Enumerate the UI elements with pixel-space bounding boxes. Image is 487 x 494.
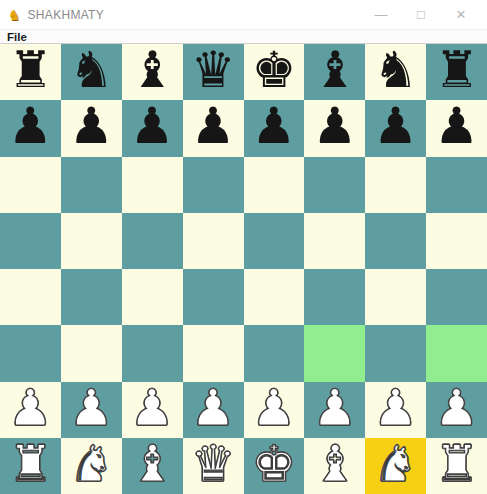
square-b4[interactable] (61, 269, 122, 325)
square-b5[interactable] (61, 213, 122, 269)
square-g6[interactable] (365, 157, 426, 213)
square-a8[interactable]: ♜ (0, 44, 61, 100)
square-f2[interactable]: ♟ (304, 382, 365, 438)
square-f6[interactable] (304, 157, 365, 213)
square-g4[interactable] (365, 269, 426, 325)
white-pawn[interactable]: ♟ (8, 383, 53, 433)
square-f3[interactable] (304, 325, 365, 381)
black-pawn[interactable]: ♟ (8, 101, 53, 151)
square-d7[interactable]: ♟ (183, 100, 244, 156)
white-pawn[interactable]: ♟ (191, 383, 236, 433)
square-e6[interactable] (244, 157, 305, 213)
title-bar[interactable]: ♞ SHAKHMATY — □ ✕ (0, 0, 487, 30)
square-c6[interactable] (122, 157, 183, 213)
white-rook[interactable]: ♜ (8, 439, 53, 489)
black-rook[interactable]: ♜ (8, 45, 53, 95)
square-d6[interactable] (183, 157, 244, 213)
square-d1[interactable]: ♛ (183, 438, 244, 494)
square-d2[interactable]: ♟ (183, 382, 244, 438)
square-c3[interactable] (122, 325, 183, 381)
white-pawn[interactable]: ♟ (373, 383, 418, 433)
square-e7[interactable]: ♟ (244, 100, 305, 156)
square-b6[interactable] (61, 157, 122, 213)
square-g2[interactable]: ♟ (365, 382, 426, 438)
square-g5[interactable] (365, 213, 426, 269)
square-d3[interactable] (183, 325, 244, 381)
black-queen[interactable]: ♛ (191, 45, 236, 95)
white-bishop[interactable]: ♝ (312, 439, 357, 489)
square-b3[interactable] (61, 325, 122, 381)
square-a1[interactable]: ♜ (0, 438, 61, 494)
black-bishop[interactable]: ♝ (312, 45, 357, 95)
close-button[interactable]: ✕ (441, 0, 481, 29)
white-pawn[interactable]: ♟ (130, 383, 175, 433)
square-a5[interactable] (0, 213, 61, 269)
square-f8[interactable]: ♝ (304, 44, 365, 100)
square-c7[interactable]: ♟ (122, 100, 183, 156)
white-queen[interactable]: ♛ (191, 439, 236, 489)
white-pawn[interactable]: ♟ (434, 383, 479, 433)
square-a7[interactable]: ♟ (0, 100, 61, 156)
square-h1[interactable]: ♜ (426, 438, 487, 494)
maximize-button[interactable]: □ (401, 0, 441, 29)
app-window: ♞ SHAKHMATY — □ ✕ File ♜♞♝♛♚♝♞♜♟♟♟♟♟♟♟♟♟… (0, 0, 487, 494)
white-rook[interactable]: ♜ (434, 439, 479, 489)
square-h4[interactable] (426, 269, 487, 325)
menu-file[interactable]: File (7, 30, 27, 44)
window-title: SHAKHMATY (28, 8, 361, 22)
square-d8[interactable]: ♛ (183, 44, 244, 100)
black-pawn[interactable]: ♟ (373, 101, 418, 151)
white-pawn[interactable]: ♟ (69, 383, 114, 433)
white-pawn[interactable]: ♟ (312, 383, 357, 433)
square-h5[interactable] (426, 213, 487, 269)
chess-board: ♜♞♝♛♚♝♞♜♟♟♟♟♟♟♟♟♟♟♟♟♟♟♟♟♜♞♝♛♚♝♞♜ (0, 44, 487, 494)
black-pawn[interactable]: ♟ (191, 101, 236, 151)
square-c1[interactable]: ♝ (122, 438, 183, 494)
app-knight-icon: ♞ (8, 8, 21, 22)
square-a2[interactable]: ♟ (0, 382, 61, 438)
square-g7[interactable]: ♟ (365, 100, 426, 156)
white-king[interactable]: ♚ (252, 439, 297, 489)
black-pawn[interactable]: ♟ (434, 101, 479, 151)
square-e8[interactable]: ♚ (244, 44, 305, 100)
square-b1[interactable]: ♞ (61, 438, 122, 494)
black-king[interactable]: ♚ (252, 45, 297, 95)
black-rook[interactable]: ♜ (434, 45, 479, 95)
square-d4[interactable] (183, 269, 244, 325)
white-bishop[interactable]: ♝ (130, 439, 175, 489)
square-h6[interactable] (426, 157, 487, 213)
white-pawn[interactable]: ♟ (252, 383, 297, 433)
square-a4[interactable] (0, 269, 61, 325)
square-b7[interactable]: ♟ (61, 100, 122, 156)
square-h2[interactable]: ♟ (426, 382, 487, 438)
square-f4[interactable] (304, 269, 365, 325)
square-e5[interactable] (244, 213, 305, 269)
black-knight[interactable]: ♞ (373, 45, 418, 95)
square-g1[interactable]: ♞ (365, 438, 426, 494)
black-pawn[interactable]: ♟ (130, 101, 175, 151)
black-pawn[interactable]: ♟ (312, 101, 357, 151)
square-b8[interactable]: ♞ (61, 44, 122, 100)
square-h7[interactable]: ♟ (426, 100, 487, 156)
black-knight[interactable]: ♞ (69, 45, 114, 95)
square-b2[interactable]: ♟ (61, 382, 122, 438)
square-e1[interactable]: ♚ (244, 438, 305, 494)
square-f5[interactable] (304, 213, 365, 269)
square-a6[interactable] (0, 157, 61, 213)
square-e3[interactable] (244, 325, 305, 381)
square-c2[interactable]: ♟ (122, 382, 183, 438)
black-bishop[interactable]: ♝ (130, 45, 175, 95)
square-e2[interactable]: ♟ (244, 382, 305, 438)
square-f7[interactable]: ♟ (304, 100, 365, 156)
window-controls: — □ ✕ (361, 0, 487, 29)
square-e4[interactable] (244, 269, 305, 325)
square-d5[interactable] (183, 213, 244, 269)
square-a3[interactable] (0, 325, 61, 381)
square-h8[interactable]: ♜ (426, 44, 487, 100)
square-g3[interactable] (365, 325, 426, 381)
minimize-button[interactable]: — (361, 0, 401, 29)
black-pawn[interactable]: ♟ (69, 101, 114, 151)
menu-bar: File (0, 30, 487, 44)
square-g8[interactable]: ♞ (365, 44, 426, 100)
white-knight[interactable]: ♞ (69, 439, 114, 489)
black-pawn[interactable]: ♟ (252, 101, 297, 151)
white-knight[interactable]: ♞ (373, 439, 418, 489)
square-c5[interactable] (122, 213, 183, 269)
square-h3[interactable] (426, 325, 487, 381)
square-f1[interactable]: ♝ (304, 438, 365, 494)
square-c4[interactable] (122, 269, 183, 325)
square-c8[interactable]: ♝ (122, 44, 183, 100)
